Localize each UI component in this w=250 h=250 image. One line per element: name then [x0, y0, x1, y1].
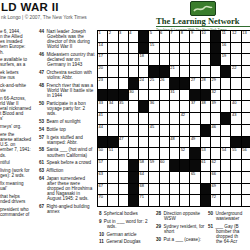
grid-cell[interactable]: 70 — [98, 195, 107, 206]
grid-cell[interactable]: 29 — [211, 78, 220, 89]
cell-number: 42 — [181, 113, 185, 117]
grid-cell[interactable] — [242, 184, 250, 195]
grid-cell[interactable] — [149, 54, 158, 65]
grid-cell[interactable] — [108, 43, 117, 54]
black-cell — [129, 78, 138, 89]
cell-number: 72 — [211, 195, 215, 199]
black-cell — [129, 184, 138, 195]
grid-cell[interactable] — [170, 113, 179, 124]
grid-cell[interactable] — [149, 172, 158, 183]
grid-cell[interactable] — [221, 125, 230, 136]
grid-cell[interactable]: 10 — [201, 31, 210, 42]
grid-cell[interactable] — [201, 54, 210, 65]
grid-cell[interactable] — [231, 195, 240, 206]
black-cell — [180, 160, 189, 171]
grid-cell[interactable] — [119, 184, 128, 195]
grid-cell[interactable] — [190, 113, 199, 124]
grid-cell[interactable]: 33 — [98, 101, 107, 112]
cell-number: 11 — [222, 31, 226, 35]
grid-cell[interactable] — [180, 184, 189, 195]
grid-cell[interactable] — [221, 101, 230, 112]
grid-cell[interactable]: 18 — [139, 54, 148, 65]
grid-cell[interactable] — [221, 184, 230, 195]
grid-cell[interactable] — [180, 101, 189, 112]
grid-cell[interactable]: 16 — [221, 43, 230, 54]
grid-cell[interactable] — [180, 66, 189, 77]
down-clues-column-3: 50 Underground wastewater51 ___ Gay (B b… — [208, 211, 250, 247]
grid-cell[interactable] — [108, 125, 117, 136]
grid-cell[interactable] — [231, 78, 240, 89]
grid-cell[interactable] — [119, 172, 128, 183]
grid-cell[interactable]: 59 — [149, 160, 158, 171]
grid-cell[interactable] — [170, 195, 179, 206]
grid-cell[interactable] — [160, 43, 169, 54]
grid-cell[interactable]: 62 — [211, 160, 220, 171]
grid-cell[interactable]: 25 — [149, 78, 158, 89]
clue-text: Underground wastewater — [214, 211, 242, 221]
grid-cell[interactable] — [201, 172, 210, 183]
down-clue: 10 German article — [99, 232, 152, 237]
grid-cell[interactable]: 9 — [190, 31, 199, 42]
grid-cell[interactable] — [180, 172, 189, 183]
grid-cell[interactable]: 19 — [221, 54, 230, 65]
cell-number: 30 — [129, 90, 133, 94]
black-cell — [221, 66, 230, 77]
grid-cell[interactable]: 52 — [180, 148, 189, 159]
grid-cell[interactable]: 60 — [160, 160, 169, 171]
grid-cell[interactable]: 3 — [119, 31, 128, 42]
grid-cell[interactable] — [119, 125, 128, 136]
grid-cell[interactable]: 5 — [149, 31, 158, 42]
cell-number: 2 — [109, 31, 111, 35]
grid-cell[interactable]: 26 — [160, 78, 169, 89]
grid-cell[interactable] — [170, 172, 179, 183]
grid-cell[interactable] — [160, 137, 169, 148]
grid-cell[interactable]: 6 — [160, 31, 169, 42]
cell-number: 66 — [211, 172, 215, 176]
learning-network-logo: The Learning Network Teaching & Learning… — [156, 0, 250, 32]
cell-number: 37 — [191, 101, 195, 105]
clue-text: Orchestra section with violins: Abbr. — [45, 70, 92, 80]
clue-text: Put in ___ word for: 2 wds. — [103, 219, 148, 229]
grid-cell[interactable] — [242, 54, 250, 65]
grid-cell[interactable] — [139, 113, 148, 124]
grid-cell[interactable] — [108, 195, 117, 206]
grid-cell[interactable] — [119, 148, 128, 159]
grid-cell[interactable] — [160, 172, 169, 183]
cell-number: 29 — [211, 78, 215, 82]
grid-cell[interactable] — [108, 113, 117, 124]
clue-text: Bottle top — [45, 127, 66, 132]
cell-number: 19 — [222, 54, 226, 58]
grid-cell[interactable]: 61 — [201, 160, 210, 171]
grid-cell[interactable]: 40 — [231, 101, 240, 112]
grid-cell[interactable]: 8 — [180, 31, 189, 42]
cell-number: 49 — [191, 137, 195, 141]
cell-number: 5 — [150, 31, 152, 35]
grid-cell[interactable]: 23 — [98, 78, 107, 89]
cell-number: 67 — [99, 184, 103, 188]
grid-cell[interactable] — [149, 137, 158, 148]
grid-cell[interactable]: 39 — [211, 101, 220, 112]
across-clue: 67 Right-angled building annex — [39, 204, 95, 214]
cell-number: 68 — [140, 184, 144, 188]
cell-number: 20 — [99, 66, 103, 70]
grid-cell[interactable]: 12 — [231, 31, 240, 42]
clue-text: General Douglas — [105, 239, 141, 244]
grid-cell[interactable] — [149, 148, 158, 159]
black-cell — [129, 172, 138, 183]
grid-cell[interactable] — [242, 172, 250, 183]
grid-cell[interactable]: 14 — [98, 43, 107, 54]
grid-cell[interactable] — [129, 148, 138, 159]
across-clue-fragment: e 6, 1944, n the Allied es invaded tern … — [0, 29, 37, 55]
grid-cell[interactable] — [119, 43, 128, 54]
across-clue-fragment: that helps nded drivers — [0, 194, 37, 204]
grid-cell[interactable]: 34 — [108, 101, 117, 112]
black-cell — [201, 125, 210, 136]
grid-cell[interactable] — [129, 101, 138, 112]
grid-cell[interactable] — [180, 137, 189, 148]
grid-cell[interactable] — [129, 137, 138, 148]
cell-number: 54 — [222, 148, 226, 152]
cell-number: 62 — [211, 160, 215, 164]
grid-cell[interactable] — [211, 148, 220, 159]
clue-text: Put a ___ (cease): — [162, 237, 201, 242]
grid-cell[interactable] — [180, 43, 189, 54]
grid-cell[interactable]: 41 — [98, 113, 107, 124]
grid-cell[interactable] — [108, 184, 117, 195]
grid-cell[interactable]: 38 — [201, 101, 210, 112]
clue-text: Speak before a crowd — [45, 160, 91, 165]
grid-cell[interactable] — [180, 90, 189, 101]
grid-cell[interactable]: 4 — [129, 31, 138, 42]
grid-cell[interactable]: 69 — [211, 184, 220, 195]
grid-cell[interactable] — [149, 184, 158, 195]
across-clue: 58 Santa ___ (hot wind of southern Calif… — [39, 147, 95, 157]
grid-cell[interactable] — [160, 101, 169, 112]
grid-cell[interactable]: 45 — [149, 125, 158, 136]
grid-cell[interactable] — [160, 148, 169, 159]
grid-cell[interactable]: 63 — [98, 172, 107, 183]
black-cell — [201, 90, 210, 101]
grid-cell[interactable] — [242, 113, 250, 124]
cell-number: 17 — [99, 54, 103, 58]
grid-cell[interactable]: 50 — [98, 148, 107, 159]
grid-cell[interactable] — [170, 148, 179, 159]
down-clue: 51 ___ Gay (B bomber tha dropped th the … — [208, 224, 250, 245]
grid-cell[interactable]: 49 — [190, 137, 199, 148]
black-cell — [180, 78, 189, 89]
clue-text: French river that was a World War II bat… — [45, 83, 93, 98]
grid-cell[interactable]: 43 — [231, 113, 240, 124]
grid-cell[interactable] — [139, 137, 148, 148]
grid-cell[interactable] — [231, 43, 240, 54]
cell-number: 60 — [160, 160, 164, 164]
across-clue-fragment: ere the anese attacked U.S. on ember 7, … — [0, 132, 37, 158]
black-cell — [129, 160, 138, 171]
page-title: LD WAR II — [1, 1, 59, 13]
grid-cell[interactable]: 35 — [119, 101, 128, 112]
logo-name: The Learning Network — [156, 16, 250, 26]
grid-cell[interactable] — [201, 137, 210, 148]
across-clue: 46 Mideastern country that declared war … — [39, 52, 95, 67]
byline: nk Longo | © 2007, The New York Times — [1, 15, 87, 20]
black-cell — [231, 137, 240, 148]
across-clue-fragment: e available to surfers, as a — [0, 57, 37, 67]
cell-number: 64 — [140, 172, 144, 176]
grid-cell[interactable]: 30 — [129, 90, 138, 101]
black-cell — [201, 184, 210, 195]
grid-cell[interactable]: 1 — [98, 31, 107, 42]
grid-cell[interactable] — [242, 195, 250, 206]
cell-number: 14 — [99, 43, 103, 47]
grid-cell[interactable] — [129, 113, 138, 124]
grid-cell[interactable]: 36 — [149, 101, 158, 112]
cell-number: 32 — [211, 90, 215, 94]
down-clues-column-1: 8 Spherical bodies9 Put in ___ word for:… — [99, 211, 152, 247]
grid-cell[interactable] — [190, 195, 199, 206]
cell-number: 56 — [242, 148, 246, 152]
cell-number: 4 — [129, 31, 131, 35]
grid-cell[interactable] — [129, 54, 138, 65]
grid-cell[interactable] — [211, 66, 220, 77]
cell-number: 27 — [191, 78, 195, 82]
crossword-page: LD WAR II nk Longo | © 2007, The New Yor… — [0, 0, 250, 250]
across-clue: 53 Beam of sunlight — [39, 119, 95, 124]
grid-cell[interactable] — [231, 160, 240, 171]
grid-cell[interactable] — [242, 90, 250, 101]
grid-cell[interactable] — [160, 54, 169, 65]
cell-number: 13 — [242, 31, 246, 35]
grid-cell[interactable] — [149, 113, 158, 124]
grid-cell[interactable] — [190, 184, 199, 195]
cell-number: 61 — [201, 160, 205, 164]
grid-cell[interactable] — [190, 66, 199, 77]
grid-cell[interactable] — [221, 78, 230, 89]
cell-number: 16 — [222, 43, 226, 47]
grid-cell[interactable]: 42 — [180, 113, 189, 124]
grid-cell[interactable]: 53 — [201, 148, 210, 159]
cell-number: 51 — [109, 148, 113, 152]
grid-cell[interactable] — [160, 90, 169, 101]
clue-text: ___ Gay (B bomber tha dropped th the 64-… — [214, 224, 239, 244]
grid-cell[interactable]: 32 — [211, 90, 220, 101]
grid-cell[interactable] — [170, 54, 179, 65]
clue-text: Direction opposite WSW — [162, 211, 200, 221]
grid-cell[interactable] — [108, 66, 117, 77]
grid-cell[interactable] — [160, 195, 169, 206]
cell-number: 59 — [150, 160, 154, 164]
black-cell — [170, 160, 179, 171]
grid-cell[interactable]: 20 — [98, 66, 107, 77]
black-cell — [108, 90, 117, 101]
grid-cell[interactable] — [221, 195, 230, 206]
grid-cell[interactable]: 17 — [98, 54, 107, 65]
grid-cell[interactable] — [242, 66, 250, 77]
cell-number: 38 — [201, 101, 205, 105]
across-clue-fragment: ek letters ine nus — [0, 70, 37, 80]
grid-cell[interactable]: 28 — [201, 78, 210, 89]
black-cell — [129, 195, 138, 206]
grid-cell[interactable]: 57 — [98, 160, 107, 171]
grid-cell[interactable] — [201, 113, 210, 124]
grid-cell[interactable] — [139, 90, 148, 101]
black-cell — [211, 43, 220, 54]
grid-cell[interactable] — [129, 125, 138, 136]
grid-cell[interactable] — [129, 43, 138, 54]
grid-cell[interactable] — [180, 54, 189, 65]
grid-cell[interactable]: 65 — [190, 172, 199, 183]
grid-cell[interactable] — [160, 184, 169, 195]
grid-cell[interactable]: 58 — [139, 160, 148, 171]
grid-cell[interactable] — [119, 195, 128, 206]
grid-cell[interactable] — [242, 101, 250, 112]
grid-cell[interactable] — [231, 125, 240, 136]
cell-number: 65 — [191, 172, 195, 176]
grid-cell[interactable] — [201, 66, 210, 77]
grid-cell[interactable]: 66 — [211, 172, 220, 183]
grid-cell[interactable] — [108, 78, 117, 89]
grid-cell[interactable]: 47 — [119, 137, 128, 148]
cell-number: 31 — [170, 90, 174, 94]
cell-number: 36 — [150, 101, 154, 105]
grid-cell[interactable]: 44 — [98, 125, 107, 136]
grid-cell[interactable] — [170, 184, 179, 195]
cell-number: 24 — [140, 78, 144, 82]
grid-cell[interactable] — [231, 54, 240, 65]
grid-cell[interactable] — [221, 160, 230, 171]
clue-text: Spherical bodies — [103, 211, 138, 216]
grid-cell[interactable] — [221, 137, 230, 148]
grid-cell[interactable] — [211, 137, 220, 148]
grid-cell[interactable]: 11 — [221, 31, 230, 42]
grid-cell[interactable]: 71 — [139, 195, 148, 206]
black-cell — [108, 137, 117, 148]
grid-cell[interactable]: 48 — [170, 137, 179, 148]
grid-cell[interactable] — [149, 195, 158, 206]
grid-cell[interactable]: 55 — [231, 148, 240, 159]
grid-cell[interactable] — [221, 172, 230, 183]
black-cell — [98, 137, 107, 148]
grid-cell[interactable]: 51 — [108, 148, 117, 159]
grid-cell[interactable] — [170, 125, 179, 136]
grid-cell[interactable]: 37 — [190, 101, 199, 112]
grid-cell[interactable]: 67 — [98, 184, 107, 195]
black-cell — [139, 101, 148, 112]
black-cell — [190, 148, 199, 159]
cell-number: 39 — [211, 101, 215, 105]
grid-cell[interactable] — [139, 66, 148, 77]
clue-text: Japan surrendered after these were dropp… — [45, 176, 92, 202]
grid-cell[interactable] — [160, 113, 169, 124]
cell-number: 23 — [99, 78, 103, 82]
grid-cell[interactable] — [119, 113, 128, 124]
grid-cell[interactable]: 15 — [149, 43, 158, 54]
black-cell — [170, 78, 179, 89]
grid-cell[interactable] — [129, 66, 138, 77]
grid-cell[interactable]: 22 — [231, 66, 240, 77]
grid-cell[interactable] — [242, 43, 250, 54]
grid-cell[interactable] — [201, 43, 210, 54]
grid-cell[interactable] — [170, 101, 179, 112]
down-clue: 29 Sydney resident, for short — [156, 224, 205, 234]
grid-cell[interactable] — [119, 66, 128, 77]
grid-cell[interactable] — [119, 160, 128, 171]
grid-cell[interactable]: 31 — [170, 90, 179, 101]
grid-cell[interactable]: 68 — [139, 184, 148, 195]
across-clues-column-1: e 6, 1944, n the Allied es invaded tern … — [0, 29, 37, 219]
grid-cell[interactable] — [170, 43, 179, 54]
grid-cell[interactable]: 54 — [221, 148, 230, 159]
grid-cell[interactable] — [242, 78, 250, 89]
black-cell — [211, 54, 220, 65]
down-clue: 28 Direction opposite WSW — [156, 211, 205, 221]
grid-cell[interactable] — [211, 113, 220, 124]
grid-cell[interactable]: 24 — [139, 78, 148, 89]
grid-cell[interactable] — [221, 90, 230, 101]
grid-cell[interactable]: 27 — [190, 78, 199, 89]
across-clue: 57 It gets stuffed and stamped: Abbr. — [39, 135, 95, 145]
grid-cell[interactable] — [108, 54, 117, 65]
black-cell — [190, 90, 199, 101]
grid-cell[interactable]: 64 — [139, 172, 148, 183]
grid-cell[interactable]: 72 — [211, 195, 220, 206]
grid-cell[interactable]: 2 — [108, 31, 117, 42]
clue-text: Affliction — [45, 168, 63, 173]
cell-number: 58 — [140, 160, 144, 164]
grid-cell[interactable] — [160, 125, 169, 136]
grid-cell[interactable] — [242, 125, 250, 136]
grid-cell[interactable]: 13 — [242, 31, 250, 42]
across-clue-fragment: fix meaning ual' — [0, 181, 37, 191]
cell-number: 6 — [160, 31, 162, 35]
grid-cell[interactable] — [242, 160, 250, 171]
cell-number: 41 — [99, 113, 103, 117]
grid-cell[interactable] — [119, 78, 128, 89]
black-cell — [149, 66, 158, 77]
grid-cell[interactable] — [190, 125, 199, 136]
grid-cell[interactable] — [180, 125, 189, 136]
grid-cell[interactable] — [119, 54, 128, 65]
grid-cell[interactable]: 21 — [170, 66, 179, 77]
grid-cell[interactable] — [139, 148, 148, 159]
down-clue: 11 General Douglas — [99, 239, 152, 244]
grid-cell[interactable]: 7 — [170, 31, 179, 42]
grid-cell[interactable] — [190, 43, 199, 54]
cell-number: 47 — [119, 137, 123, 141]
cell-number: 12 — [232, 31, 236, 35]
grid-cell[interactable] — [180, 195, 189, 206]
grid-cell[interactable]: 56 — [242, 148, 250, 159]
grid-cell[interactable] — [139, 125, 148, 136]
grid-cell[interactable] — [108, 172, 117, 183]
crossword-grid[interactable]: 1234567891011121314151617181920212223242… — [97, 30, 250, 207]
cell-number: 43 — [232, 113, 236, 117]
grid-cell[interactable] — [231, 184, 240, 195]
cell-number: 26 — [160, 78, 164, 82]
across-clue-fragment: ck-and-white vie — [0, 83, 37, 93]
grid-cell[interactable] — [231, 90, 240, 101]
grid-cell[interactable]: 46 — [211, 125, 220, 136]
grid-cell[interactable] — [231, 172, 240, 183]
across-clue: 48 French river that was a World War II … — [39, 83, 95, 98]
cell-number: 7 — [170, 31, 172, 35]
clue-text: Participate in a bon voyage party for: 2… — [45, 101, 86, 116]
grid-cell[interactable] — [108, 160, 117, 171]
grid-cell[interactable] — [149, 90, 158, 101]
grid-cell[interactable] — [190, 54, 199, 65]
